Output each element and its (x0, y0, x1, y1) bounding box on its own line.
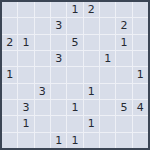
clue-cell-r2c4[interactable]: 3 (51, 18, 66, 33)
clue-cell-r9c5[interactable]: 1 (67, 133, 82, 148)
clue-cell-r6c6[interactable]: 1 (84, 84, 99, 99)
empty-cell-r4c2[interactable] (18, 51, 33, 66)
clue-cell-r3c5[interactable]: 5 (67, 35, 82, 50)
empty-cell-r2c5[interactable] (67, 18, 82, 33)
puzzle-board: 1232215131113131541111 (0, 0, 150, 150)
clue-cell-r4c4[interactable]: 3 (51, 51, 66, 66)
empty-cell-r7c3[interactable] (35, 100, 50, 115)
clue-cell-r7c9[interactable]: 4 (133, 100, 148, 115)
clue-cell-r3c8[interactable]: 1 (116, 35, 131, 50)
empty-cell-r9c8[interactable] (116, 133, 131, 148)
empty-cell-r7c7[interactable] (100, 100, 115, 115)
empty-cell-r5c2[interactable] (18, 67, 33, 82)
empty-cell-r4c5[interactable] (67, 51, 82, 66)
empty-cell-r4c6[interactable] (84, 51, 99, 66)
empty-cell-r4c9[interactable] (133, 51, 148, 66)
empty-cell-r4c3[interactable] (35, 51, 50, 66)
empty-cell-r1c4[interactable] (51, 2, 66, 17)
clue-cell-r8c6[interactable]: 1 (84, 116, 99, 131)
empty-cell-r6c1[interactable] (2, 84, 17, 99)
empty-cell-r6c5[interactable] (67, 84, 82, 99)
empty-cell-r9c2[interactable] (18, 133, 33, 148)
empty-cell-r6c9[interactable] (133, 84, 148, 99)
empty-cell-r2c7[interactable] (100, 18, 115, 33)
empty-cell-r7c4[interactable] (51, 100, 66, 115)
empty-cell-r7c6[interactable] (84, 100, 99, 115)
empty-cell-r3c7[interactable] (100, 35, 115, 50)
empty-cell-r8c7[interactable] (100, 116, 115, 131)
empty-cell-r3c6[interactable] (84, 35, 99, 50)
empty-cell-r7c1[interactable] (2, 100, 17, 115)
empty-cell-r2c6[interactable] (84, 18, 99, 33)
clue-cell-r2c8[interactable]: 2 (116, 18, 131, 33)
clue-cell-r7c2[interactable]: 3 (18, 100, 33, 115)
empty-cell-r1c2[interactable] (18, 2, 33, 17)
empty-cell-r6c2[interactable] (18, 84, 33, 99)
empty-cell-r2c2[interactable] (18, 18, 33, 33)
empty-cell-r8c1[interactable] (2, 116, 17, 131)
empty-cell-r2c3[interactable] (35, 18, 50, 33)
empty-cell-r6c4[interactable] (51, 84, 66, 99)
empty-cell-r9c3[interactable] (35, 133, 50, 148)
empty-cell-r9c6[interactable] (84, 133, 99, 148)
clue-cell-r1c5[interactable]: 1 (67, 2, 82, 17)
empty-cell-r1c7[interactable] (100, 2, 115, 17)
empty-cell-r5c8[interactable] (116, 67, 131, 82)
clue-cell-r4c7[interactable]: 1 (100, 51, 115, 66)
clue-cell-r7c8[interactable]: 5 (116, 100, 131, 115)
clue-cell-r5c9[interactable]: 1 (133, 67, 148, 82)
empty-cell-r5c4[interactable] (51, 67, 66, 82)
empty-cell-r1c3[interactable] (35, 2, 50, 17)
empty-cell-r4c1[interactable] (2, 51, 17, 66)
empty-cell-r1c9[interactable] (133, 2, 148, 17)
empty-cell-r5c5[interactable] (67, 67, 82, 82)
empty-cell-r6c7[interactable] (100, 84, 115, 99)
empty-cell-r5c7[interactable] (100, 67, 115, 82)
clue-cell-r8c2[interactable]: 1 (18, 116, 33, 131)
empty-cell-r6c8[interactable] (116, 84, 131, 99)
clue-cell-r3c1[interactable]: 2 (2, 35, 17, 50)
empty-cell-r3c3[interactable] (35, 35, 50, 50)
empty-cell-r9c9[interactable] (133, 133, 148, 148)
empty-cell-r1c8[interactable] (116, 2, 131, 17)
empty-cell-r3c4[interactable] (51, 35, 66, 50)
clue-cell-r5c1[interactable]: 1 (2, 67, 17, 82)
empty-cell-r4c8[interactable] (116, 51, 131, 66)
empty-cell-r5c6[interactable] (84, 67, 99, 82)
empty-cell-r8c4[interactable] (51, 116, 66, 131)
empty-cell-r8c9[interactable] (133, 116, 148, 131)
empty-cell-r8c3[interactable] (35, 116, 50, 131)
empty-cell-r2c1[interactable] (2, 18, 17, 33)
clue-cell-r3c2[interactable]: 1 (18, 35, 33, 50)
empty-cell-r8c8[interactable] (116, 116, 131, 131)
clue-cell-r1c6[interactable]: 2 (84, 2, 99, 17)
clue-cell-r6c3[interactable]: 3 (35, 84, 50, 99)
empty-cell-r1c1[interactable] (2, 2, 17, 17)
empty-cell-r9c1[interactable] (2, 133, 17, 148)
empty-cell-r5c3[interactable] (35, 67, 50, 82)
empty-cell-r9c7[interactable] (100, 133, 115, 148)
clue-cell-r7c5[interactable]: 1 (67, 100, 82, 115)
clue-cell-r9c4[interactable]: 1 (51, 133, 66, 148)
empty-cell-r3c9[interactable] (133, 35, 148, 50)
empty-cell-r8c5[interactable] (67, 116, 82, 131)
empty-cell-r2c9[interactable] (133, 18, 148, 33)
